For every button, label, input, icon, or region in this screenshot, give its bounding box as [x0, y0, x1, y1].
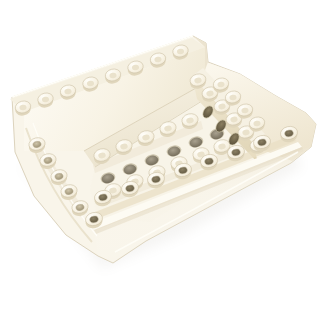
piece-body [10, 36, 316, 263]
lego-piece-photo [0, 0, 320, 320]
lego-piece-illustration [0, 0, 320, 320]
